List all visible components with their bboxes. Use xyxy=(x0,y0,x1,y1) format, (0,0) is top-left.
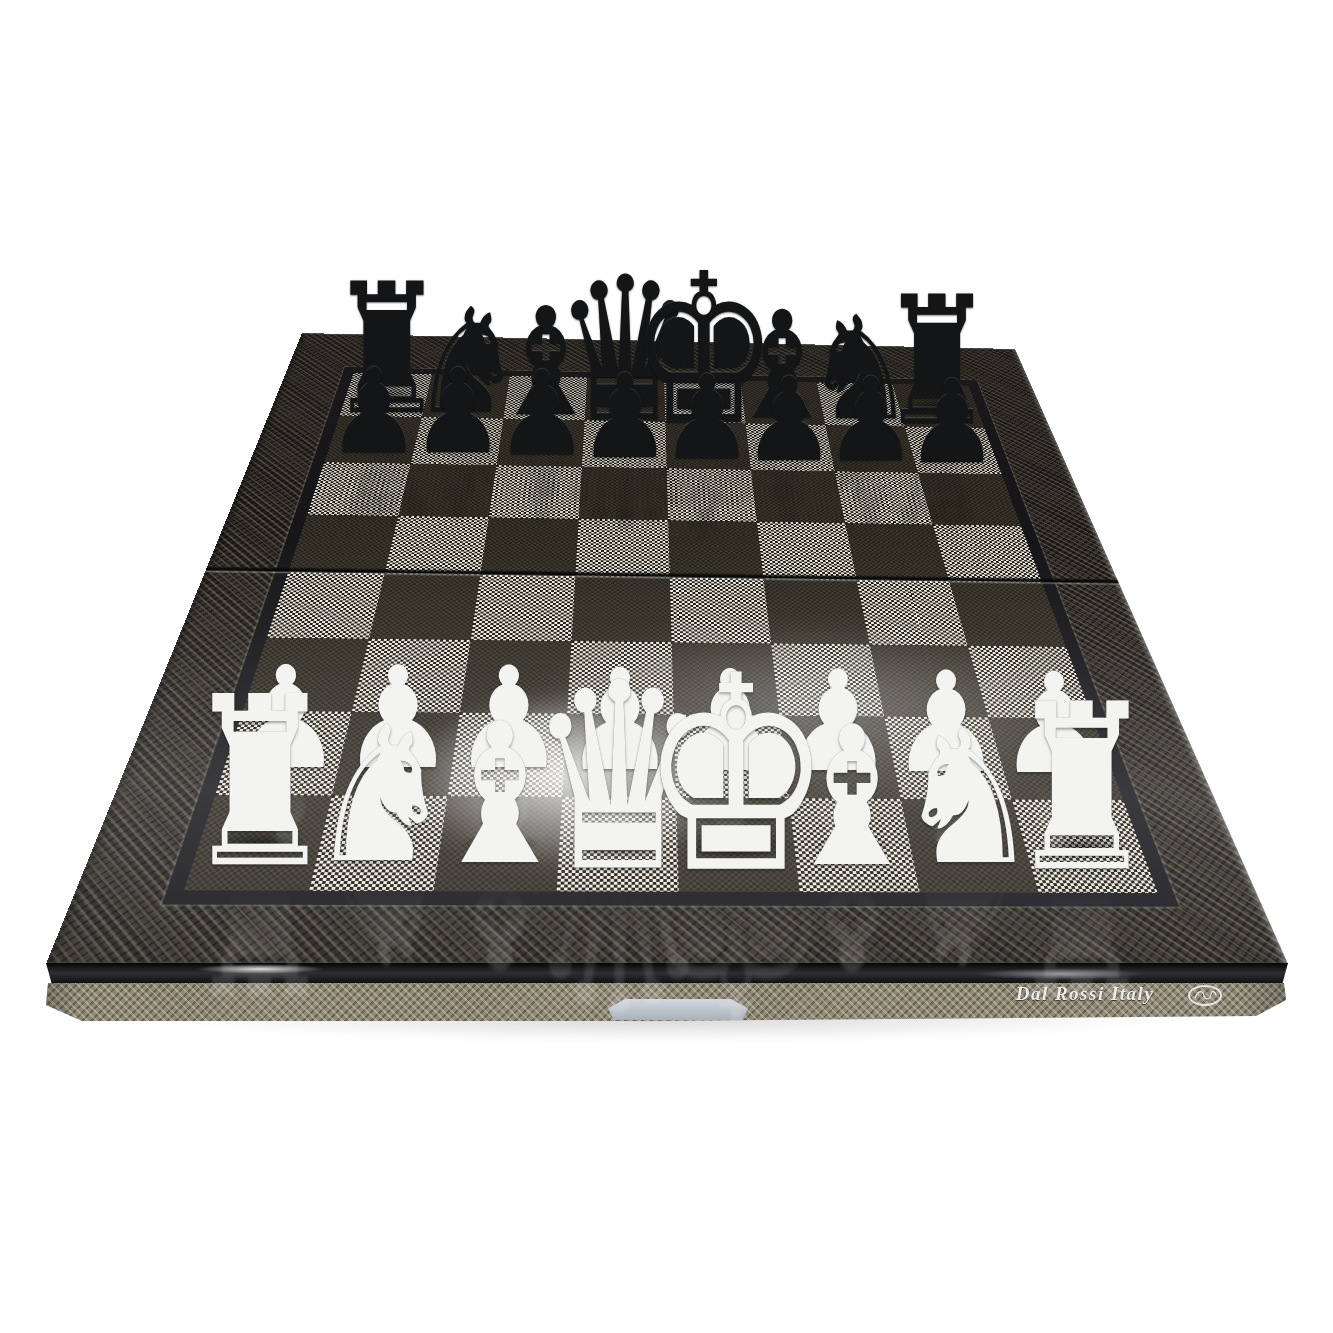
square-c5 xyxy=(480,517,579,576)
square-b6 xyxy=(398,464,496,517)
square-d8 xyxy=(585,378,666,422)
square-b7 xyxy=(410,417,503,465)
square-g5 xyxy=(845,523,949,582)
clasp-latch xyxy=(608,999,748,1020)
square-g7 xyxy=(826,425,919,473)
square-e6 xyxy=(667,468,757,521)
square-a7 xyxy=(324,415,422,463)
square-g6 xyxy=(835,471,933,524)
square-b4 xyxy=(369,574,480,640)
square-c6 xyxy=(489,465,582,518)
square-e7 xyxy=(665,422,751,470)
square-a4 xyxy=(266,572,384,638)
brand-logo-stamp xyxy=(1188,985,1222,1006)
square-f6 xyxy=(751,470,845,523)
square-c7 xyxy=(496,418,584,466)
chess-board xyxy=(46,333,1288,964)
square-d7 xyxy=(582,420,667,468)
square-e5 xyxy=(668,520,764,579)
square-f5 xyxy=(757,521,857,580)
square-a6 xyxy=(307,462,411,515)
brand-text: Dal Rossi Italy xyxy=(982,983,1188,1005)
square-g8 xyxy=(817,382,905,426)
square-d5 xyxy=(575,519,670,578)
chess-set-product-photo: Dal Rossi Italy ♜♜♞♞♝♝♛♛♚♚♝♝♞♞♜♜♟♟♟♟♟♟♟♟… xyxy=(0,0,1333,1333)
square-a8 xyxy=(339,373,431,417)
square-h8 xyxy=(893,384,984,428)
square-e8 xyxy=(664,379,746,423)
square-f7 xyxy=(746,423,835,471)
square-c8 xyxy=(503,376,587,420)
square-b5 xyxy=(384,516,488,575)
square-f8 xyxy=(741,381,826,425)
square-d6 xyxy=(579,467,668,520)
square-b8 xyxy=(422,374,510,418)
square-a5 xyxy=(288,514,398,573)
logo-monogram-squiggle xyxy=(1190,987,1220,1004)
